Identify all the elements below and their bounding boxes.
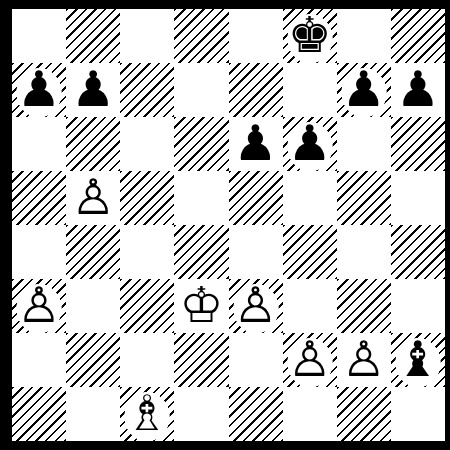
square-e5 <box>229 171 283 225</box>
square-a7: ♟ <box>12 63 66 117</box>
square-d8 <box>174 9 228 63</box>
square-d5 <box>174 171 228 225</box>
white-pawn: ♙ <box>17 281 61 330</box>
square-c3 <box>120 279 174 333</box>
square-c4 <box>120 225 174 279</box>
square-d2 <box>174 333 228 387</box>
square-g1 <box>337 387 391 441</box>
square-h6 <box>391 117 445 171</box>
square-f4 <box>283 225 337 279</box>
square-h1 <box>391 387 445 441</box>
square-e2 <box>229 333 283 387</box>
black-bishop: ♝ <box>396 335 440 384</box>
chess-board: ♚♟♟♟♟♟♟♙♙♔♙♙♙♝♗ <box>12 9 445 441</box>
square-h8 <box>391 9 445 63</box>
square-c1: ♗ <box>120 387 174 441</box>
board-frame: ♚♟♟♟♟♟♟♙♙♔♙♙♙♝♗ <box>0 0 450 450</box>
square-c2 <box>120 333 174 387</box>
square-g2: ♙ <box>337 333 391 387</box>
square-f6: ♟ <box>283 117 337 171</box>
square-a6 <box>12 117 66 171</box>
white-bishop: ♗ <box>125 389 169 438</box>
white-pawn: ♙ <box>342 335 386 384</box>
black-pawn: ♟ <box>234 119 278 168</box>
square-c8 <box>120 9 174 63</box>
white-king: ♔ <box>179 281 223 330</box>
square-b2 <box>66 333 120 387</box>
square-f1 <box>283 387 337 441</box>
square-a5 <box>12 171 66 225</box>
square-e6: ♟ <box>229 117 283 171</box>
square-a4 <box>12 225 66 279</box>
square-h7: ♟ <box>391 63 445 117</box>
square-h5 <box>391 171 445 225</box>
square-d6 <box>174 117 228 171</box>
square-b7: ♟ <box>66 63 120 117</box>
square-f2: ♙ <box>283 333 337 387</box>
square-h3 <box>391 279 445 333</box>
square-f3 <box>283 279 337 333</box>
square-e1 <box>229 387 283 441</box>
square-g7: ♟ <box>337 63 391 117</box>
square-g3 <box>337 279 391 333</box>
square-d7 <box>174 63 228 117</box>
white-pawn: ♙ <box>288 335 332 384</box>
square-b4 <box>66 225 120 279</box>
square-g8 <box>337 9 391 63</box>
square-d3: ♔ <box>174 279 228 333</box>
black-pawn: ♟ <box>71 65 115 114</box>
square-f8: ♚ <box>283 9 337 63</box>
black-pawn: ♟ <box>396 65 440 114</box>
square-b8 <box>66 9 120 63</box>
black-pawn: ♟ <box>342 65 386 114</box>
square-f5 <box>283 171 337 225</box>
square-b1 <box>66 387 120 441</box>
black-king: ♚ <box>288 11 332 60</box>
square-d4 <box>174 225 228 279</box>
white-pawn: ♙ <box>71 173 115 222</box>
square-c7 <box>120 63 174 117</box>
square-a8 <box>12 9 66 63</box>
square-b5: ♙ <box>66 171 120 225</box>
square-g6 <box>337 117 391 171</box>
square-b3 <box>66 279 120 333</box>
square-c5 <box>120 171 174 225</box>
square-e4 <box>229 225 283 279</box>
square-a2 <box>12 333 66 387</box>
black-pawn: ♟ <box>17 65 61 114</box>
square-a3: ♙ <box>12 279 66 333</box>
square-g5 <box>337 171 391 225</box>
square-h4 <box>391 225 445 279</box>
square-h2: ♝ <box>391 333 445 387</box>
square-b6 <box>66 117 120 171</box>
black-pawn: ♟ <box>288 119 332 168</box>
square-f7 <box>283 63 337 117</box>
square-g4 <box>337 225 391 279</box>
square-e7 <box>229 63 283 117</box>
square-a1 <box>12 387 66 441</box>
square-c6 <box>120 117 174 171</box>
square-e3: ♙ <box>229 279 283 333</box>
square-d1 <box>174 387 228 441</box>
white-pawn: ♙ <box>234 281 278 330</box>
square-e8 <box>229 9 283 63</box>
